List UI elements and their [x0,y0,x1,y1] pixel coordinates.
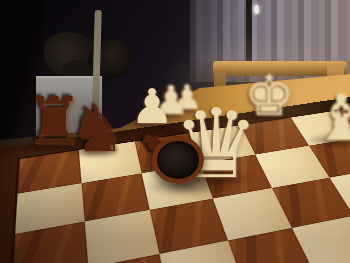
fallen-pawn-felt-base [152,136,204,184]
photo-canvas: ♚♟♟♟♝♜♞♛♟ [0,0,350,263]
black-knight: ♞ [68,97,125,161]
white-bishop: ♝ [312,86,350,150]
pieces-layer: ♚♟♟♟♝♜♞♛♟ [0,0,350,263]
